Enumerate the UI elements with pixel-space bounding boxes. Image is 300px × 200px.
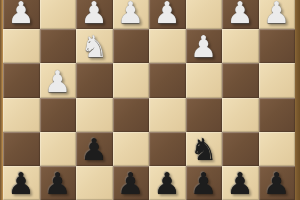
square-c3[interactable]: ♟ — [76, 132, 113, 166]
black-pawn-icon[interactable]: ♟ — [263, 169, 290, 200]
square-g4[interactable] — [222, 98, 259, 132]
square-a3[interactable] — [3, 132, 40, 166]
square-c4[interactable] — [76, 98, 113, 132]
square-f2[interactable]: ♟ — [186, 166, 223, 200]
black-pawn-icon[interactable]: ♟ — [8, 169, 35, 200]
square-d6[interactable] — [113, 29, 150, 63]
square-d4[interactable] — [113, 98, 150, 132]
square-g5[interactable] — [222, 63, 259, 97]
square-d2[interactable]: ♟ — [113, 166, 150, 200]
square-g7[interactable]: ♟ — [222, 0, 259, 29]
square-c7[interactable]: ♟ — [76, 0, 113, 29]
square-f3[interactable]: ♞ — [186, 132, 223, 166]
square-c5[interactable] — [76, 63, 113, 97]
square-h2[interactable]: ♟ — [259, 166, 296, 200]
square-b2[interactable]: ♟ — [40, 166, 77, 200]
square-e7[interactable]: ♟ — [149, 0, 186, 29]
square-f5[interactable] — [186, 63, 223, 97]
square-a2[interactable]: ♟ — [3, 166, 40, 200]
white-pawn-icon[interactable]: ♟ — [8, 0, 35, 29]
black-pawn-icon[interactable]: ♟ — [44, 169, 71, 200]
square-a5[interactable] — [3, 63, 40, 97]
black-knight-icon[interactable]: ♞ — [190, 135, 217, 166]
square-e5[interactable] — [149, 63, 186, 97]
square-a6[interactable] — [3, 29, 40, 63]
square-a4[interactable] — [3, 98, 40, 132]
board-frame-right-edge — [295, 0, 300, 200]
black-pawn-icon[interactable]: ♟ — [81, 135, 108, 166]
square-f7[interactable] — [186, 0, 223, 29]
square-g6[interactable] — [222, 29, 259, 63]
square-b7[interactable] — [40, 0, 77, 29]
chess-board: ♟♟♟♟♟♟♞♟♟♟♞♟♟♟♟♟♟♟ — [3, 0, 295, 200]
square-b6[interactable] — [40, 29, 77, 63]
black-pawn-icon[interactable]: ♟ — [227, 169, 254, 200]
black-pawn-icon[interactable]: ♟ — [154, 169, 181, 200]
square-f4[interactable] — [186, 98, 223, 132]
square-b3[interactable] — [40, 132, 77, 166]
square-d5[interactable] — [113, 63, 150, 97]
white-pawn-icon[interactable]: ♟ — [227, 0, 254, 29]
square-g3[interactable] — [222, 132, 259, 166]
white-pawn-icon[interactable]: ♟ — [81, 0, 108, 29]
square-h3[interactable] — [259, 132, 296, 166]
black-pawn-icon[interactable]: ♟ — [117, 169, 144, 200]
white-pawn-icon[interactable]: ♟ — [154, 0, 181, 29]
square-e6[interactable] — [149, 29, 186, 63]
white-pawn-icon[interactable]: ♟ — [263, 0, 290, 29]
square-e2[interactable]: ♟ — [149, 166, 186, 200]
white-pawn-icon[interactable]: ♟ — [190, 32, 217, 63]
square-e3[interactable] — [149, 132, 186, 166]
square-c2[interactable] — [76, 166, 113, 200]
square-h5[interactable] — [259, 63, 296, 97]
square-h6[interactable] — [259, 29, 296, 63]
square-f6[interactable]: ♟ — [186, 29, 223, 63]
square-d7[interactable]: ♟ — [113, 0, 150, 29]
square-h7[interactable]: ♟ — [259, 0, 296, 29]
square-h4[interactable] — [259, 98, 296, 132]
white-knight-icon[interactable]: ♞ — [81, 32, 108, 63]
square-d3[interactable] — [113, 132, 150, 166]
white-pawn-icon[interactable]: ♟ — [44, 67, 71, 98]
square-b4[interactable] — [40, 98, 77, 132]
square-c6[interactable]: ♞ — [76, 29, 113, 63]
square-g2[interactable]: ♟ — [222, 166, 259, 200]
square-b5[interactable]: ♟ — [40, 63, 77, 97]
square-e4[interactable] — [149, 98, 186, 132]
board-frame: ♟♟♟♟♟♟♞♟♟♟♞♟♟♟♟♟♟♟ — [0, 0, 300, 200]
black-pawn-icon[interactable]: ♟ — [190, 169, 217, 200]
white-pawn-icon[interactable]: ♟ — [117, 0, 144, 29]
square-a7[interactable]: ♟ — [3, 0, 40, 29]
